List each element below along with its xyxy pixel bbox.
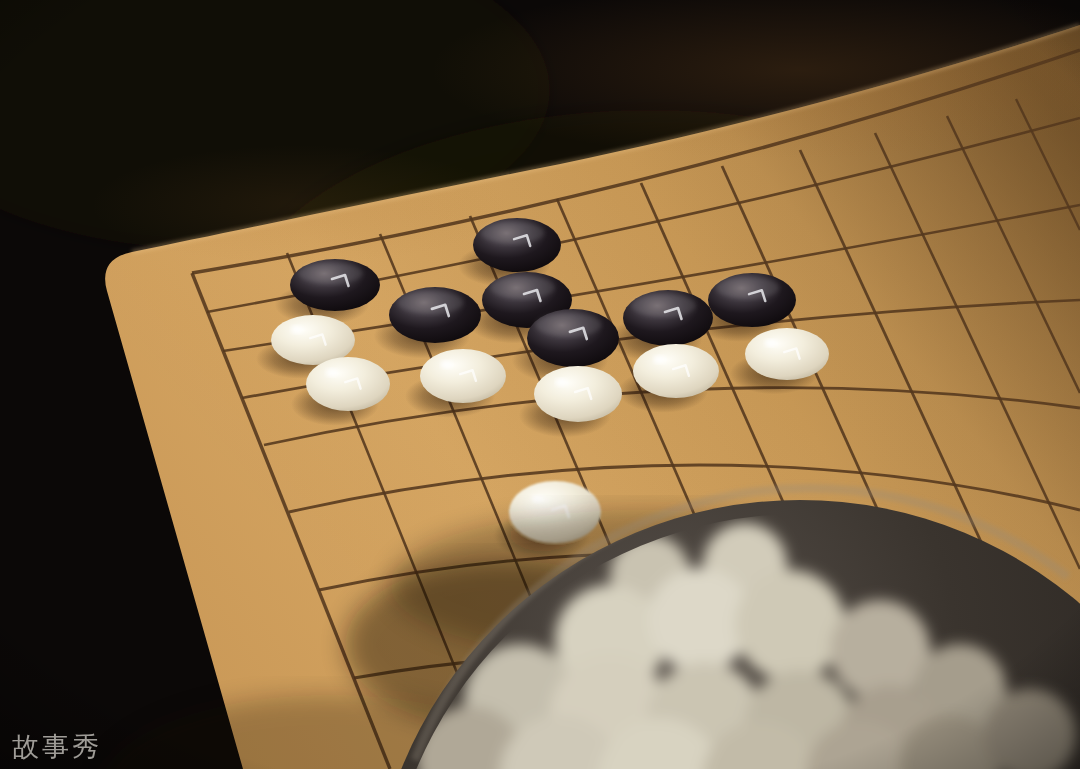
photo-scene: 故事秀	[0, 0, 1080, 769]
go-board-photo: 故事秀	[0, 0, 1080, 769]
vignette	[0, 0, 1080, 769]
watermark-text: 故事秀	[12, 731, 102, 762]
